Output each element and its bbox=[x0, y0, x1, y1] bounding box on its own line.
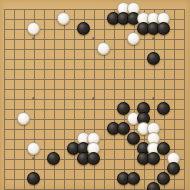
black-stone[interactable] bbox=[157, 172, 170, 185]
star-point bbox=[32, 97, 35, 100]
black-stone[interactable] bbox=[127, 172, 140, 185]
star-point bbox=[92, 37, 95, 40]
go-board[interactable] bbox=[0, 0, 190, 190]
star-point bbox=[32, 37, 35, 40]
stone-layer bbox=[0, 4, 189, 190]
white-stone[interactable] bbox=[97, 42, 110, 55]
star-point bbox=[92, 97, 95, 100]
black-stone[interactable] bbox=[157, 22, 170, 35]
black-stone[interactable] bbox=[157, 102, 170, 115]
star-point bbox=[152, 37, 155, 40]
white-stone[interactable] bbox=[27, 22, 40, 35]
black-stone[interactable] bbox=[47, 152, 60, 165]
black-stone[interactable] bbox=[147, 152, 160, 165]
white-stone[interactable] bbox=[127, 32, 140, 45]
black-stone[interactable] bbox=[167, 162, 180, 175]
star-point bbox=[152, 97, 155, 100]
white-stone[interactable] bbox=[17, 112, 30, 125]
black-stone[interactable] bbox=[147, 52, 160, 65]
white-stone[interactable] bbox=[57, 12, 70, 25]
black-stone[interactable] bbox=[27, 172, 40, 185]
black-stone[interactable] bbox=[87, 152, 100, 165]
black-stone[interactable] bbox=[77, 22, 90, 35]
star-point bbox=[32, 157, 35, 160]
white-stone[interactable] bbox=[27, 142, 40, 155]
